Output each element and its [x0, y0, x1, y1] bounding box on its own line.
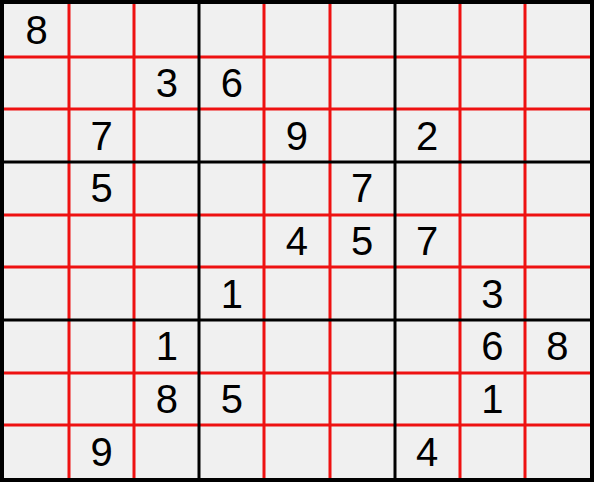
- cell-r3c5[interactable]: 9: [264, 109, 329, 162]
- cell-r9c6[interactable]: [330, 425, 395, 478]
- cell-r5c3[interactable]: [134, 215, 199, 268]
- sudoku-board: 836792574571316885194: [0, 0, 594, 482]
- cell-r9c7[interactable]: 4: [395, 425, 460, 478]
- cell-r9c5[interactable]: [264, 425, 329, 478]
- cell-r3c1[interactable]: [4, 109, 69, 162]
- cell-r2c8[interactable]: [460, 57, 525, 110]
- cell-r1c7[interactable]: [395, 4, 460, 57]
- cell-r5c4[interactable]: [199, 215, 264, 268]
- cell-r6c7[interactable]: [395, 267, 460, 320]
- cell-r7c1[interactable]: [4, 320, 69, 373]
- cell-r6c6[interactable]: [330, 267, 395, 320]
- cell-r5c2[interactable]: [69, 215, 134, 268]
- cell-r1c6[interactable]: [330, 4, 395, 57]
- cell-r4c7[interactable]: [395, 162, 460, 215]
- cell-r5c8[interactable]: [460, 215, 525, 268]
- cell-r2c7[interactable]: [395, 57, 460, 110]
- cell-r6c1[interactable]: [4, 267, 69, 320]
- cell-r3c9[interactable]: [525, 109, 590, 162]
- cell-r1c8[interactable]: [460, 4, 525, 57]
- cell-r9c3[interactable]: [134, 425, 199, 478]
- cell-r2c1[interactable]: [4, 57, 69, 110]
- cell-r8c2[interactable]: [69, 373, 134, 426]
- cell-r4c6[interactable]: 7: [330, 162, 395, 215]
- cell-r6c2[interactable]: [69, 267, 134, 320]
- cell-r8c3[interactable]: 8: [134, 373, 199, 426]
- cell-r9c8[interactable]: [460, 425, 525, 478]
- cell-r7c4[interactable]: [199, 320, 264, 373]
- cell-r7c8[interactable]: 6: [460, 320, 525, 373]
- cell-r3c3[interactable]: [134, 109, 199, 162]
- cell-r1c2[interactable]: [69, 4, 134, 57]
- cell-r6c5[interactable]: [264, 267, 329, 320]
- cell-r4c9[interactable]: [525, 162, 590, 215]
- cell-r2c5[interactable]: [264, 57, 329, 110]
- cell-r3c6[interactable]: [330, 109, 395, 162]
- cell-r1c1[interactable]: 8: [4, 4, 69, 57]
- cell-r7c5[interactable]: [264, 320, 329, 373]
- cell-r2c6[interactable]: [330, 57, 395, 110]
- cell-r4c8[interactable]: [460, 162, 525, 215]
- cell-r7c9[interactable]: 8: [525, 320, 590, 373]
- cell-r1c5[interactable]: [264, 4, 329, 57]
- cell-r1c9[interactable]: [525, 4, 590, 57]
- cell-r4c1[interactable]: [4, 162, 69, 215]
- cell-r9c1[interactable]: [4, 425, 69, 478]
- cell-r5c6[interactable]: 5: [330, 215, 395, 268]
- cell-r7c6[interactable]: [330, 320, 395, 373]
- cell-r7c2[interactable]: [69, 320, 134, 373]
- cell-r7c7[interactable]: [395, 320, 460, 373]
- cell-r5c7[interactable]: 7: [395, 215, 460, 268]
- cell-r2c3[interactable]: 3: [134, 57, 199, 110]
- cell-r5c1[interactable]: [4, 215, 69, 268]
- sudoku-cell-grid: 836792574571316885194: [4, 4, 590, 478]
- cell-r2c9[interactable]: [525, 57, 590, 110]
- cell-r3c7[interactable]: 2: [395, 109, 460, 162]
- cell-r8c9[interactable]: [525, 373, 590, 426]
- cell-r6c4[interactable]: 1: [199, 267, 264, 320]
- cell-r6c3[interactable]: [134, 267, 199, 320]
- cell-r4c2[interactable]: 5: [69, 162, 134, 215]
- cell-r4c4[interactable]: [199, 162, 264, 215]
- cell-r2c4[interactable]: 6: [199, 57, 264, 110]
- cell-r7c3[interactable]: 1: [134, 320, 199, 373]
- cell-r9c4[interactable]: [199, 425, 264, 478]
- cell-r3c2[interactable]: 7: [69, 109, 134, 162]
- cell-r8c4[interactable]: 5: [199, 373, 264, 426]
- cell-r6c9[interactable]: [525, 267, 590, 320]
- cell-r8c8[interactable]: 1: [460, 373, 525, 426]
- cell-r1c3[interactable]: [134, 4, 199, 57]
- cell-r5c5[interactable]: 4: [264, 215, 329, 268]
- cell-r8c6[interactable]: [330, 373, 395, 426]
- cell-r8c7[interactable]: [395, 373, 460, 426]
- cell-r8c1[interactable]: [4, 373, 69, 426]
- cell-r3c8[interactable]: [460, 109, 525, 162]
- cell-r4c5[interactable]: [264, 162, 329, 215]
- cell-r8c5[interactable]: [264, 373, 329, 426]
- cell-r5c9[interactable]: [525, 215, 590, 268]
- cell-r2c2[interactable]: [69, 57, 134, 110]
- cell-r3c4[interactable]: [199, 109, 264, 162]
- cell-r4c3[interactable]: [134, 162, 199, 215]
- cell-r9c2[interactable]: 9: [69, 425, 134, 478]
- cell-r1c4[interactable]: [199, 4, 264, 57]
- cell-r9c9[interactable]: [525, 425, 590, 478]
- cell-r6c8[interactable]: 3: [460, 267, 525, 320]
